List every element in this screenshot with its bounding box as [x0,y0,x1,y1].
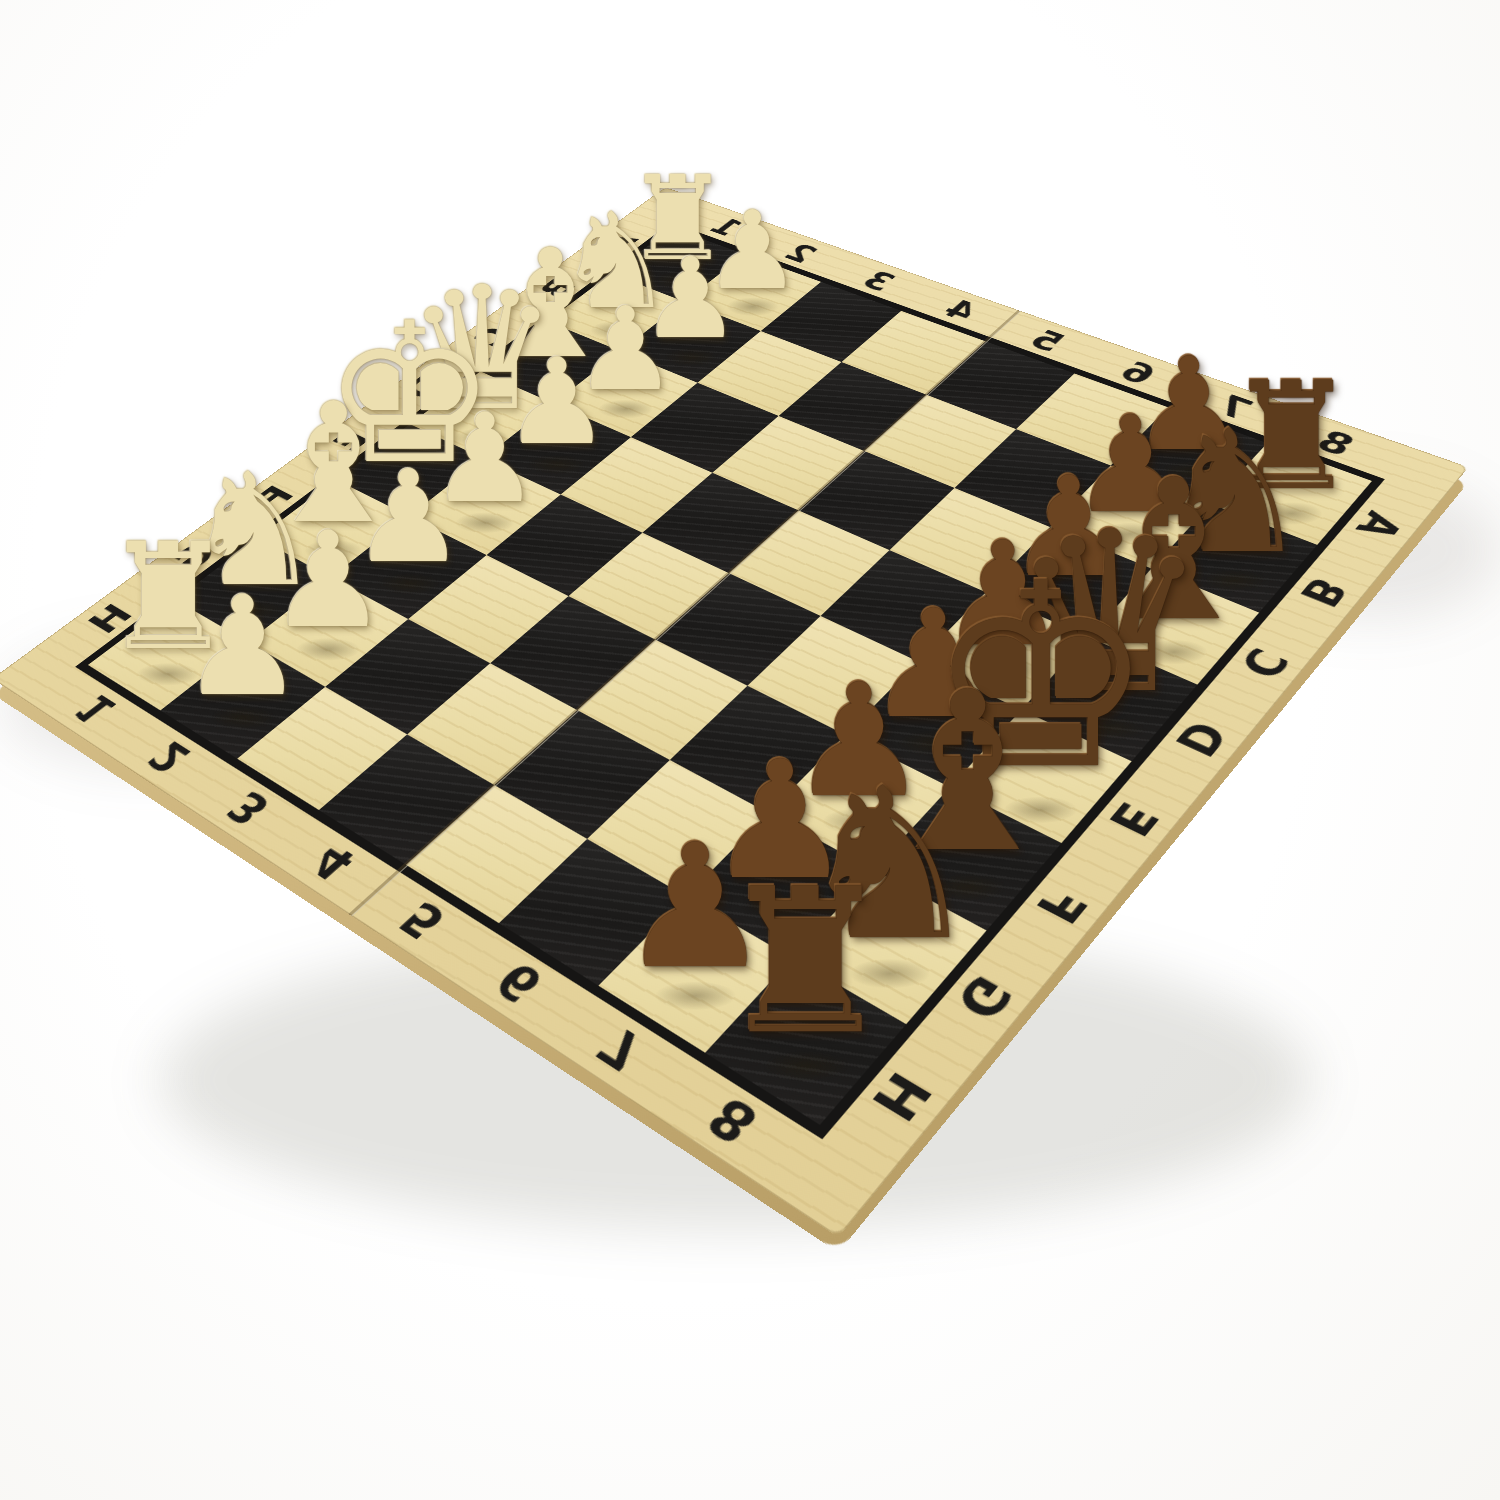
rank-label-hfile-4: 4 [302,838,363,886]
piece-dark-rook-h8[interactable]: ♜ [716,863,895,1063]
rook-glyph: ♜ [716,863,895,1063]
rank-label-hfile-7: 7 [589,1020,656,1078]
rank-label-hfile-6: 6 [487,955,552,1009]
piece-light-pawn-h2[interactable]: ♟ [181,578,304,716]
rank-label-hfile-1: 1 [67,689,124,730]
rank-label-hfile-2: 2 [141,735,199,778]
rank-label-hfile-5: 5 [392,895,455,946]
rank-label-afile-4: 4 [937,296,983,324]
rank-label-hfile-8: 8 [699,1089,768,1151]
rank-label-afile-3: 3 [856,268,901,295]
page-root: AABBCCDDEEFFGGHH1122334455667788 ♜♟♞♟♝♟♛… [0,0,1500,1500]
pawn-glyph: ♟ [181,578,304,716]
rank-label-hfile-3: 3 [219,785,279,831]
rank-label-afile-5: 5 [1023,326,1070,356]
